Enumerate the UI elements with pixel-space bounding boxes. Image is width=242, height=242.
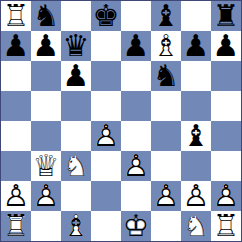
black-pawn[interactable]: ♟: [121, 31, 151, 61]
square-h4[interactable]: [211, 121, 241, 151]
square-g4[interactable]: ♝: [181, 121, 211, 151]
square-f2[interactable]: ♟♙: [151, 181, 181, 211]
square-f4[interactable]: [151, 121, 181, 151]
black-king[interactable]: ♚: [91, 1, 121, 31]
square-a5[interactable]: [1, 91, 31, 121]
square-g8[interactable]: [181, 1, 211, 31]
square-d8[interactable]: ♚: [91, 1, 121, 31]
square-e2[interactable]: [121, 181, 151, 211]
square-c5[interactable]: [61, 91, 91, 121]
black-queen[interactable]: ♛: [61, 31, 91, 61]
square-e1[interactable]: ♚♔: [121, 211, 151, 241]
square-c1[interactable]: ♝♗: [61, 211, 91, 241]
square-b8[interactable]: ♞: [31, 1, 61, 31]
white-king[interactable]: ♚♔: [121, 211, 151, 241]
piece-outline-glyph: ♘: [61, 151, 91, 181]
square-d7[interactable]: [91, 31, 121, 61]
square-a8[interactable]: ♜♖: [1, 1, 31, 31]
white-pawn[interactable]: ♟♙: [91, 121, 121, 151]
square-c3[interactable]: ♞♘: [61, 151, 91, 181]
piece-outline-glyph: ♗: [151, 31, 181, 61]
white-pawn[interactable]: ♟♙: [31, 181, 61, 211]
black-pawn[interactable]: ♟: [181, 31, 211, 61]
square-h2[interactable]: ♟♙: [211, 181, 241, 211]
square-e7[interactable]: ♟: [121, 31, 151, 61]
black-pawn[interactable]: ♟: [1, 31, 31, 61]
square-d2[interactable]: [91, 181, 121, 211]
square-d4[interactable]: ♟♙: [91, 121, 121, 151]
white-pawn[interactable]: ♟♙: [1, 181, 31, 211]
square-c8[interactable]: [61, 1, 91, 31]
square-g1[interactable]: ♞♘: [181, 211, 211, 241]
square-h8[interactable]: ♜: [211, 1, 241, 31]
square-f5[interactable]: [151, 91, 181, 121]
white-knight[interactable]: ♞♘: [181, 211, 211, 241]
square-g7[interactable]: ♟: [181, 31, 211, 61]
square-b2[interactable]: ♟♙: [31, 181, 61, 211]
square-a7[interactable]: ♟: [1, 31, 31, 61]
piece-outline-glyph: ♙: [31, 181, 61, 211]
white-queen[interactable]: ♛♕: [31, 151, 61, 181]
square-f8[interactable]: ♝: [151, 1, 181, 31]
square-b4[interactable]: [31, 121, 61, 151]
square-h1[interactable]: ♜♖: [211, 211, 241, 241]
square-d1[interactable]: [91, 211, 121, 241]
square-h3[interactable]: [211, 151, 241, 181]
black-pawn[interactable]: ♟: [211, 31, 241, 61]
black-bishop[interactable]: ♝: [181, 121, 211, 151]
white-bishop[interactable]: ♝♗: [151, 31, 181, 61]
square-f1[interactable]: [151, 211, 181, 241]
black-bishop[interactable]: ♝: [151, 1, 181, 31]
black-rook[interactable]: ♜: [211, 1, 241, 31]
square-a4[interactable]: [1, 121, 31, 151]
square-f3[interactable]: [151, 151, 181, 181]
square-d6[interactable]: [91, 61, 121, 91]
square-a6[interactable]: [1, 61, 31, 91]
piece-outline-glyph: ♙: [121, 151, 151, 181]
black-knight[interactable]: ♞: [151, 61, 181, 91]
square-a3[interactable]: [1, 151, 31, 181]
square-g2[interactable]: ♟♙: [181, 181, 211, 211]
piece-outline-glyph: ♘: [181, 211, 211, 241]
piece-outline-glyph: ♖: [1, 211, 31, 241]
square-b6[interactable]: [31, 61, 61, 91]
square-e4[interactable]: [121, 121, 151, 151]
white-knight[interactable]: ♞♘: [61, 151, 91, 181]
piece-outline-glyph: ♖: [211, 211, 241, 241]
white-rook[interactable]: ♜♖: [1, 1, 31, 31]
square-d3[interactable]: [91, 151, 121, 181]
square-b5[interactable]: [31, 91, 61, 121]
square-h5[interactable]: [211, 91, 241, 121]
piece-outline-glyph: ♔: [121, 211, 151, 241]
white-rook[interactable]: ♜♖: [1, 211, 31, 241]
piece-outline-glyph: ♖: [1, 1, 31, 31]
white-bishop[interactable]: ♝♗: [61, 211, 91, 241]
white-pawn[interactable]: ♟♙: [181, 181, 211, 211]
black-pawn[interactable]: ♟: [61, 61, 91, 91]
square-e5[interactable]: [121, 91, 151, 121]
square-h6[interactable]: [211, 61, 241, 91]
square-g5[interactable]: [181, 91, 211, 121]
square-c7[interactable]: ♛: [61, 31, 91, 61]
white-pawn[interactable]: ♟♙: [121, 151, 151, 181]
piece-outline-glyph: ♕: [31, 151, 61, 181]
piece-outline-glyph: ♙: [151, 181, 181, 211]
white-pawn[interactable]: ♟♙: [151, 181, 181, 211]
piece-outline-glyph: ♙: [91, 121, 121, 151]
square-b7[interactable]: ♟: [31, 31, 61, 61]
piece-outline-glyph: ♙: [211, 181, 241, 211]
square-d5[interactable]: [91, 91, 121, 121]
chess-board: ♜♖♞♚♝♜♟♟♛♟♝♗♟♟♟♞♟♙♝♛♕♞♘♟♙♟♙♟♙♟♙♟♙♟♙♜♖♝♗♚…: [0, 0, 242, 242]
square-h7[interactable]: ♟: [211, 31, 241, 61]
white-pawn[interactable]: ♟♙: [211, 181, 241, 211]
piece-outline-glyph: ♙: [181, 181, 211, 211]
square-a1[interactable]: ♜♖: [1, 211, 31, 241]
square-e3[interactable]: ♟♙: [121, 151, 151, 181]
piece-outline-glyph: ♗: [61, 211, 91, 241]
square-e8[interactable]: [121, 1, 151, 31]
square-f7[interactable]: ♝♗: [151, 31, 181, 61]
square-e6[interactable]: [121, 61, 151, 91]
black-pawn[interactable]: ♟: [31, 31, 61, 61]
square-b3[interactable]: ♛♕: [31, 151, 61, 181]
square-c4[interactable]: [61, 121, 91, 151]
square-a2[interactable]: ♟♙: [1, 181, 31, 211]
piece-outline-glyph: ♙: [1, 181, 31, 211]
square-g6[interactable]: [181, 61, 211, 91]
square-f6[interactable]: ♞: [151, 61, 181, 91]
square-c6[interactable]: ♟: [61, 61, 91, 91]
square-b1[interactable]: [31, 211, 61, 241]
square-g3[interactable]: [181, 151, 211, 181]
white-rook[interactable]: ♜♖: [211, 211, 241, 241]
black-knight[interactable]: ♞: [31, 1, 61, 31]
square-c2[interactable]: [61, 181, 91, 211]
